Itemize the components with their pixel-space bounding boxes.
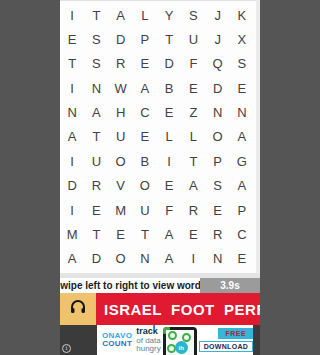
grid-cell-letter[interactable]: U: [109, 125, 133, 149]
grid-cell-letter[interactable]: A: [60, 247, 84, 271]
grid-cell-letter[interactable]: N: [133, 247, 157, 271]
grid-cell-letter[interactable]: N: [206, 247, 230, 271]
grid-cell-letter[interactable]: D: [84, 247, 108, 271]
grid-cell-letter[interactable]: E: [206, 198, 230, 222]
grid-cell-letter[interactable]: P: [133, 27, 157, 51]
free-badge: FREE: [218, 328, 253, 339]
grid-cell-letter[interactable]: E: [230, 247, 254, 271]
grid-cell-letter[interactable]: N: [206, 100, 230, 124]
grid-cell-letter[interactable]: T: [181, 149, 205, 173]
grid-cell-letter[interactable]: E: [109, 222, 133, 246]
grid-cell-letter[interactable]: J: [206, 27, 230, 51]
grid-cell-letter[interactable]: U: [84, 149, 108, 173]
word-search-app-screen: ITALYSJKESDPTUJXTSREDFQSINWABEDENAHCEZNN…: [60, 0, 260, 355]
grid-cell-letter[interactable]: R: [181, 198, 205, 222]
grid-cell-letter[interactable]: J: [206, 3, 230, 27]
grid-cell-letter[interactable]: S: [181, 3, 205, 27]
download-button[interactable]: DOWNLOAD: [199, 341, 253, 352]
grid-cell-letter[interactable]: E: [157, 174, 181, 198]
grid-cell-letter[interactable]: T: [60, 52, 84, 76]
onavo-app-icon: ih: [175, 341, 188, 354]
grid-cell-letter[interactable]: O: [206, 125, 230, 149]
grid-cell-letter[interactable]: V: [109, 174, 133, 198]
grid-cell-letter[interactable]: I: [157, 149, 181, 173]
grid-cell-letter[interactable]: E: [181, 222, 205, 246]
ad-body-line2: hungry apps: [136, 345, 160, 355]
grid-cell-letter[interactable]: E: [157, 100, 181, 124]
headphones-icon: [70, 300, 86, 318]
ad-cta-group: FREE DOWNLOAD: [199, 328, 253, 352]
grid-cell-letter[interactable]: C: [133, 100, 157, 124]
grid-cell-letter[interactable]: C: [230, 222, 254, 246]
grid-cell-letter[interactable]: G: [230, 149, 254, 173]
grid-cell-letter[interactable]: I: [60, 198, 84, 222]
grid-cell-letter[interactable]: S: [84, 27, 108, 51]
grid-cell-letter[interactable]: O: [109, 247, 133, 271]
grid-cell-letter[interactable]: M: [109, 198, 133, 222]
grid-cell-letter[interactable]: T: [84, 222, 108, 246]
swipe-instruction: Swipe left to right to view words: [60, 278, 200, 293]
grid-cell-letter[interactable]: B: [133, 149, 157, 173]
grid-cell-letter[interactable]: T: [84, 125, 108, 149]
grid-cell-letter[interactable]: A: [181, 174, 205, 198]
word-list-ticker[interactable]: ISRAEL FOOT PERFU: [96, 293, 260, 325]
advertiser-name-bottom: COUNT: [102, 340, 132, 348]
grid-cell-letter[interactable]: D: [206, 76, 230, 100]
grid-cell-letter[interactable]: E: [133, 125, 157, 149]
grid-cell-letter[interactable]: O: [109, 149, 133, 173]
grid-cell-letter[interactable]: K: [230, 3, 254, 27]
grid-cell-letter[interactable]: A: [157, 222, 181, 246]
grid-cell-letter[interactable]: N: [84, 76, 108, 100]
grid-cell-letter[interactable]: L: [157, 125, 181, 149]
ad-info-icon[interactable]: i: [62, 344, 71, 353]
grid-cell-letter[interactable]: M: [60, 222, 84, 246]
grid-cell-letter[interactable]: S: [230, 52, 254, 76]
grid-cell-letter[interactable]: I: [60, 149, 84, 173]
grid-cell-letter[interactable]: D: [109, 27, 133, 51]
grid-cell-letter[interactable]: N: [60, 100, 84, 124]
grid-cell-letter[interactable]: A: [230, 125, 254, 149]
grid-cell-letter[interactable]: P: [230, 198, 254, 222]
grid-cell-letter[interactable]: S: [206, 174, 230, 198]
ad-right-filler: [253, 325, 260, 355]
grid-cell-letter[interactable]: O: [133, 174, 157, 198]
grid-cell-letter[interactable]: H: [109, 100, 133, 124]
grid-cell-letter[interactable]: Q: [206, 52, 230, 76]
grid-cell-letter[interactable]: A: [230, 174, 254, 198]
grid-cell-letter[interactable]: F: [157, 198, 181, 222]
grid-cell-letter[interactable]: R: [84, 174, 108, 198]
grid-cell-letter[interactable]: T: [133, 222, 157, 246]
grid-cell-letter[interactable]: I: [60, 76, 84, 100]
grid-cell-letter[interactable]: I: [181, 247, 205, 271]
grid-cell-letter[interactable]: D: [157, 52, 181, 76]
grid-cell-letter[interactable]: Z: [181, 100, 205, 124]
grid-cell-letter[interactable]: A: [157, 247, 181, 271]
data-bubble-icon: [168, 331, 177, 340]
grid-cell-letter[interactable]: X: [230, 27, 254, 51]
word-search-grid[interactable]: ITALYSJKESDPTUJXTSREDFQSINWABEDENAHCEZNN…: [60, 0, 256, 273]
grid-cell-letter[interactable]: U: [181, 27, 205, 51]
grid-cell-letter[interactable]: R: [206, 222, 230, 246]
grid-cell-letter[interactable]: B: [157, 76, 181, 100]
grid-cell-letter[interactable]: E: [230, 76, 254, 100]
grid-cell-letter[interactable]: A: [84, 100, 108, 124]
ad-banner[interactable]: i ONAVO COUNT Keep track of data hungry …: [60, 325, 260, 355]
grid-cell-letter[interactable]: S: [84, 52, 108, 76]
grid-cell-letter[interactable]: A: [109, 3, 133, 27]
grid-cell-letter[interactable]: L: [181, 125, 205, 149]
status-bar: Swipe left to right to view words 3.9s: [60, 278, 260, 293]
grid-cell-letter[interactable]: R: [109, 52, 133, 76]
grid-cell-letter[interactable]: L: [133, 3, 157, 27]
grid-cell-letter[interactable]: A: [133, 76, 157, 100]
ad-phone-image: ih: [163, 327, 197, 355]
advertiser-logo: ONAVO COUNT: [97, 332, 136, 348]
grid-cell-letter[interactable]: E: [60, 27, 84, 51]
grid-cell-letter[interactable]: N: [230, 100, 254, 124]
ad-copy: Keep track of data hungry apps: [136, 325, 162, 355]
phone-screen: ih: [166, 330, 194, 355]
grid-cell-letter[interactable]: F: [181, 52, 205, 76]
timer-badge: 3.9s: [200, 278, 260, 293]
grid-cell-letter[interactable]: U: [133, 198, 157, 222]
grid-cell-letter[interactable]: A: [60, 125, 84, 149]
grid-cell-letter[interactable]: Y: [157, 3, 181, 27]
grid-cell-letter[interactable]: D: [60, 174, 84, 198]
grid-cell-letter[interactable]: T: [84, 3, 108, 27]
grid-cell-letter[interactable]: W: [109, 76, 133, 100]
grid-cell-letter[interactable]: E: [84, 198, 108, 222]
grid-cell-letter[interactable]: P: [206, 149, 230, 173]
ad-left-filler: i: [60, 325, 97, 355]
grid-cell-letter[interactable]: E: [133, 52, 157, 76]
ad-content[interactable]: ONAVO COUNT Keep track of data hungry ap…: [97, 325, 253, 355]
grid-cell-letter[interactable]: I: [60, 3, 84, 27]
sound-toggle-button[interactable]: [60, 293, 96, 325]
words-banner[interactable]: ISRAEL FOOT PERFU: [60, 293, 260, 325]
grid-cell-letter[interactable]: E: [181, 76, 205, 100]
grid-cell-letter[interactable]: T: [157, 27, 181, 51]
